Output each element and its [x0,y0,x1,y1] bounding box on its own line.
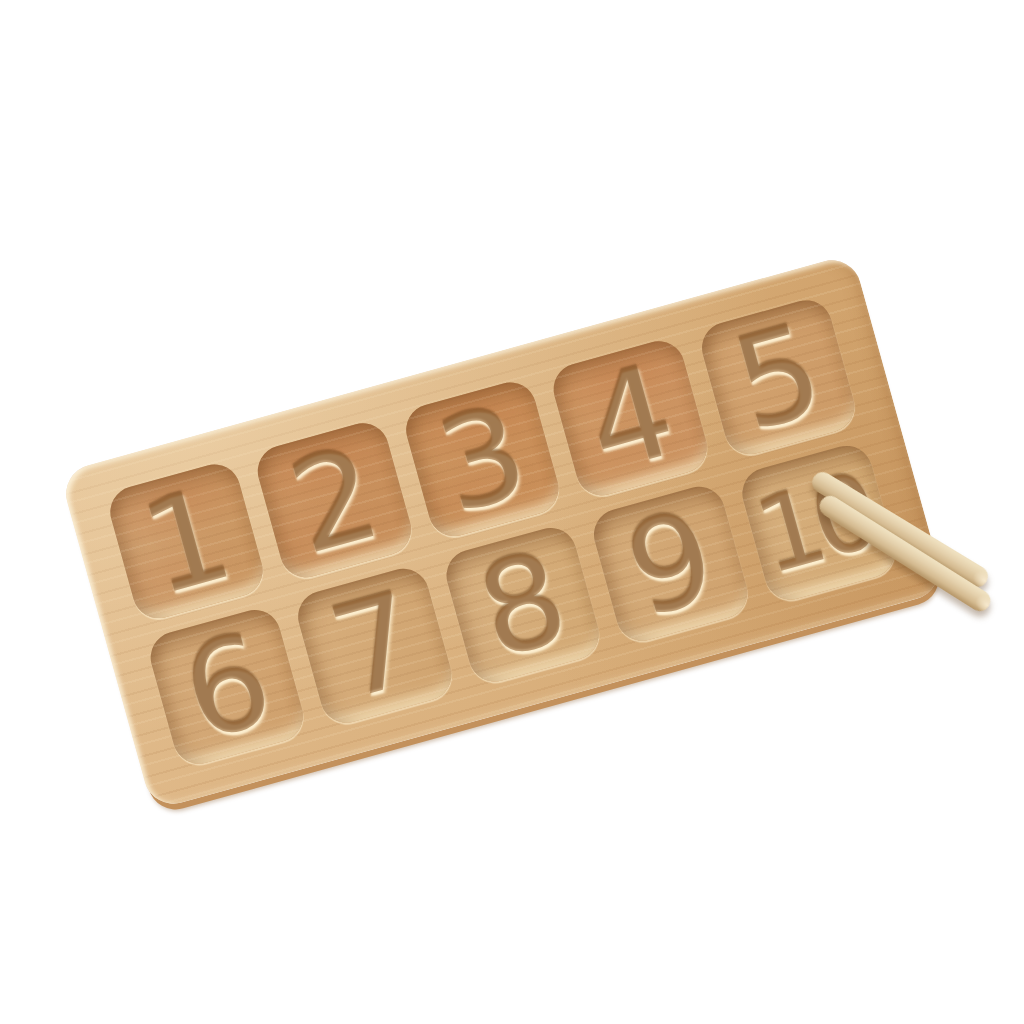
number-tracing-board: 1 2 3 4 5 6 7 8 9 [59,253,946,810]
number-well-3[interactable]: 3 [400,376,565,542]
number-well-8[interactable]: 8 [440,522,605,688]
engraved-number-8: 8 [466,532,579,677]
number-well-5[interactable]: 5 [696,294,861,460]
number-well-7[interactable]: 7 [293,563,458,729]
number-well-1[interactable]: 1 [104,458,269,624]
product-photo-scene: 1 2 3 4 5 6 7 8 9 [0,0,1024,1024]
engraved-number-3: 3 [426,387,539,532]
engraved-number-6: 6 [171,614,284,759]
engraved-number-7: 7 [319,573,432,718]
number-wells-grid: 1 2 3 4 5 6 7 8 9 [59,253,946,810]
number-well-4[interactable]: 4 [548,335,713,501]
engraved-number-1: 1 [130,469,243,614]
number-well-2[interactable]: 2 [252,417,417,583]
number-well-9[interactable]: 9 [588,481,753,647]
engraved-number-9: 9 [614,491,727,636]
engraved-number-5: 5 [722,305,835,450]
engraved-number-2: 2 [278,428,391,573]
engraved-number-4: 4 [574,346,687,491]
number-well-6[interactable]: 6 [145,604,310,770]
